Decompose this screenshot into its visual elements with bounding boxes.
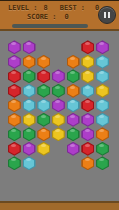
hex-orange[interactable]: [81, 156, 94, 170]
header-bar: LEVEL : 8 BEST : 0 SCORE : 0: [0, 0, 119, 31]
hex-purple[interactable]: [81, 127, 94, 141]
hex-yellow[interactable]: [52, 113, 65, 127]
hex-green[interactable]: [23, 69, 36, 83]
hex-green[interactable]: [96, 156, 109, 170]
board-cell: [66, 127, 81, 142]
hex-orange[interactable]: [8, 98, 21, 112]
hex-orange[interactable]: [96, 127, 109, 141]
board-cell: [7, 84, 22, 99]
level-progress-track: [12, 24, 88, 28]
hex-yellow[interactable]: [81, 69, 94, 83]
pause-button[interactable]: [98, 6, 116, 24]
board-cell: [22, 98, 37, 113]
hex-orange[interactable]: [67, 55, 80, 69]
board-cell: [80, 55, 95, 70]
hex-orange[interactable]: [23, 55, 36, 69]
board-cell: [95, 156, 110, 171]
header-row-2: SCORE : 0: [27, 13, 69, 21]
board-cell: [80, 40, 95, 55]
hex-red[interactable]: [8, 142, 21, 156]
hex-green[interactable]: [96, 142, 109, 156]
empty-cell: [36, 156, 51, 171]
board-cell: [7, 40, 22, 55]
board-cell: [95, 113, 110, 128]
hex-purple[interactable]: [8, 55, 21, 69]
hex-cyan[interactable]: [96, 69, 109, 83]
board-cell: [36, 113, 51, 128]
board-cell: [36, 142, 51, 157]
empty-cell: [51, 156, 66, 171]
board-cell: [80, 156, 95, 171]
hex-green[interactable]: [67, 69, 80, 83]
hex-cyan[interactable]: [96, 55, 109, 69]
hex-cyan[interactable]: [23, 98, 36, 112]
board-cell: [80, 84, 95, 99]
hex-green[interactable]: [67, 127, 80, 141]
hex-purple[interactable]: [67, 113, 80, 127]
hex-green[interactable]: [23, 127, 36, 141]
board-cell: [95, 55, 110, 70]
board-cell: [7, 69, 22, 84]
empty-cell: [51, 142, 66, 157]
board-cell: [95, 142, 110, 157]
board-cell: [22, 40, 37, 55]
game-board: [7, 40, 110, 171]
board-cell: [7, 55, 22, 70]
hex-red[interactable]: [8, 84, 21, 98]
board-cell: [95, 69, 110, 84]
hex-cyan[interactable]: [96, 98, 109, 112]
header-row-1: LEVEL : 8 BEST : 0: [8, 4, 99, 12]
hex-purple[interactable]: [23, 40, 36, 54]
hex-red[interactable]: [37, 69, 50, 83]
board-cell: [66, 113, 81, 128]
board-cell: [80, 98, 95, 113]
board-cell: [51, 69, 66, 84]
hex-red[interactable]: [8, 69, 21, 83]
hex-green[interactable]: [52, 84, 65, 98]
hex-green[interactable]: [8, 127, 21, 141]
hex-yellow[interactable]: [37, 142, 50, 156]
score-value: 0: [65, 13, 69, 21]
board-cell: [95, 40, 110, 55]
level-value: 8: [44, 4, 48, 12]
board-cell: [36, 84, 51, 99]
board-cell: [51, 127, 66, 142]
board-cell: [66, 84, 81, 99]
hex-purple[interactable]: [96, 40, 109, 54]
empty-cell: [51, 55, 66, 70]
board-cell: [80, 69, 95, 84]
empty-cell: [66, 40, 81, 55]
board-cell: [22, 113, 37, 128]
hex-green[interactable]: [37, 84, 50, 98]
board-cell: [95, 98, 110, 113]
hex-yellow[interactable]: [96, 84, 109, 98]
empty-cell: [36, 40, 51, 55]
hex-yellow[interactable]: [81, 55, 94, 69]
board-cell: [22, 156, 37, 171]
hex-red[interactable]: [81, 40, 94, 54]
board-cell: [36, 127, 51, 142]
hex-cyan[interactable]: [37, 98, 50, 112]
hex-purple[interactable]: [67, 142, 80, 156]
board-cell: [95, 127, 110, 142]
empty-cell: [66, 156, 81, 171]
empty-cell: [51, 40, 66, 55]
hex-red[interactable]: [81, 98, 94, 112]
board-cell: [22, 69, 37, 84]
hex-orange[interactable]: [8, 113, 21, 127]
hex-purple[interactable]: [23, 142, 36, 156]
game-window: LEVEL : 8 BEST : 0 SCORE : 0: [0, 0, 119, 210]
hex-yellow[interactable]: [52, 127, 65, 141]
hex-purple[interactable]: [8, 40, 21, 54]
hex-green[interactable]: [37, 113, 50, 127]
board-cell: [7, 113, 22, 128]
board-cell: [51, 84, 66, 99]
hex-red[interactable]: [81, 142, 94, 156]
board-cell: [80, 113, 95, 128]
hex-cyan[interactable]: [23, 84, 36, 98]
board-cell: [7, 156, 22, 171]
board-cell: [66, 55, 81, 70]
hex-yellow[interactable]: [23, 113, 36, 127]
score-label: SCORE :: [27, 13, 57, 21]
hex-green[interactable]: [8, 156, 21, 170]
board-cell: [7, 98, 22, 113]
board-cell: [36, 69, 51, 84]
board-cell: [80, 127, 95, 142]
board-cell: [95, 84, 110, 99]
board-cell: [7, 127, 22, 142]
board-cell: [22, 127, 37, 142]
hex-cyan[interactable]: [81, 84, 94, 98]
board-cell: [51, 113, 66, 128]
hex-purple[interactable]: [52, 69, 65, 83]
hex-cyan[interactable]: [23, 156, 36, 170]
hex-cyan[interactable]: [67, 98, 80, 112]
hex-orange[interactable]: [37, 127, 50, 141]
hex-purple[interactable]: [52, 98, 65, 112]
hex-cyan[interactable]: [96, 113, 109, 127]
hex-orange[interactable]: [37, 55, 50, 69]
level-label: LEVEL :: [8, 4, 38, 12]
board-cell: [36, 55, 51, 70]
pause-icon: [104, 12, 110, 18]
board-cell: [51, 98, 66, 113]
board-cell: [22, 55, 37, 70]
hex-orange[interactable]: [67, 84, 80, 98]
board-cell: [66, 98, 81, 113]
bottom-bar: [0, 201, 119, 210]
best-label: BEST :: [60, 4, 85, 12]
board-cell: [22, 142, 37, 157]
board-cell: [66, 142, 81, 157]
board-cell: [36, 98, 51, 113]
hex-purple[interactable]: [81, 113, 94, 127]
board-cell: [22, 84, 37, 99]
board-cell: [80, 142, 95, 157]
board-cell: [66, 69, 81, 84]
board-cell: [7, 142, 22, 157]
